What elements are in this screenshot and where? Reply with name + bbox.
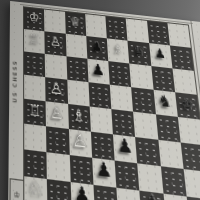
square-a8[interactable] — [167, 23, 191, 48]
square-h5[interactable] — [116, 188, 142, 200]
square-b1[interactable]: ♖ — [24, 29, 45, 54]
white-pawn[interactable]: ♙ — [72, 130, 89, 151]
square-f5[interactable]: ♟ — [113, 134, 137, 163]
white-pawn[interactable]: ♙ — [50, 35, 61, 49]
photo-frame: US CHESS ♔ ♔♕♖♙♟♗♛♟♟♙♞♚♖♙♗♙♟♟♘♟♟ — [0, 0, 200, 200]
white-pawn[interactable]: ♙ — [49, 80, 63, 97]
square-a6[interactable] — [126, 19, 149, 43]
square-c6[interactable] — [130, 64, 154, 90]
square-b3[interactable] — [65, 34, 87, 59]
square-b6[interactable]: ♛ — [128, 41, 151, 66]
square-h3[interactable]: ♟ — [70, 182, 94, 200]
square-h2[interactable] — [47, 179, 71, 200]
black-pawn[interactable]: ♟ — [154, 47, 167, 61]
white-queen[interactable]: ♕ — [69, 16, 80, 29]
black-pawn[interactable]: ♟ — [91, 61, 105, 77]
square-c2[interactable] — [45, 54, 67, 80]
square-c8[interactable] — [172, 68, 196, 94]
square-f6[interactable] — [135, 137, 160, 166]
square-f1[interactable] — [24, 124, 47, 153]
margin-brand-text: US CHESS — [11, 59, 22, 103]
square-a3[interactable]: ♕ — [65, 12, 86, 36]
white-bishop[interactable]: ♗ — [72, 107, 86, 125]
square-a7[interactable] — [147, 21, 170, 46]
square-d8[interactable]: ♚ — [175, 92, 200, 119]
white-rook[interactable]: ♖ — [28, 101, 42, 118]
square-d1[interactable] — [24, 75, 46, 102]
square-g8[interactable] — [183, 169, 200, 199]
crown-glyph: ♔ — [13, 190, 20, 200]
white-pawn[interactable]: ♙ — [50, 104, 64, 122]
square-c1[interactable] — [24, 51, 45, 77]
chess-board: US CHESS ♔ ♔♕♖♙♟♗♛♟♟♙♞♚♖♙♗♙♟♟♘♟♟ — [8, 1, 200, 200]
square-g2[interactable] — [47, 152, 70, 182]
square-f2[interactable] — [46, 126, 69, 155]
square-c3[interactable] — [66, 56, 88, 82]
black-pawn[interactable]: ♟ — [74, 183, 91, 200]
square-a4[interactable] — [85, 14, 107, 38]
square-g5[interactable] — [115, 161, 140, 191]
black-pawn[interactable]: ♟ — [143, 192, 161, 200]
square-d3[interactable] — [67, 80, 90, 107]
square-d7[interactable]: ♞ — [153, 90, 178, 117]
square-g7[interactable] — [160, 166, 186, 196]
square-h4[interactable] — [93, 185, 118, 200]
square-a5[interactable] — [105, 16, 127, 40]
square-b4[interactable]: ♟ — [86, 36, 108, 61]
square-e4[interactable] — [89, 106, 113, 134]
square-h1[interactable]: ♘ — [24, 176, 47, 200]
square-b7[interactable]: ♟ — [149, 43, 173, 68]
square-e2[interactable]: ♙ — [46, 101, 69, 129]
square-e5[interactable] — [111, 109, 135, 137]
square-d4[interactable] — [88, 82, 111, 109]
square-c4[interactable]: ♟ — [87, 59, 110, 85]
square-e7[interactable] — [155, 114, 180, 142]
square-e8[interactable] — [178, 117, 200, 145]
crown-emblem-icon: ♔ — [9, 178, 24, 200]
square-d5[interactable] — [110, 85, 134, 112]
black-queen[interactable]: ♛ — [133, 45, 145, 59]
board-grid: ♔♕♖♙♟♗♛♟♟♙♞♚♖♙♗♙♟♟♘♟♟ — [23, 6, 200, 200]
square-f8[interactable] — [180, 142, 200, 171]
square-c7[interactable] — [151, 66, 175, 92]
white-bishop[interactable]: ♗ — [112, 42, 124, 56]
square-b5[interactable]: ♗ — [107, 38, 130, 63]
black-pawn[interactable]: ♟ — [95, 159, 112, 181]
square-d6[interactable] — [131, 87, 155, 114]
square-b8[interactable] — [170, 45, 194, 70]
square-f3[interactable]: ♙ — [68, 129, 91, 158]
black-pawn[interactable]: ♟ — [116, 136, 133, 157]
square-g4[interactable]: ♟ — [92, 158, 116, 188]
square-g6[interactable] — [137, 163, 163, 193]
white-knight[interactable]: ♘ — [28, 178, 45, 200]
square-b2[interactable]: ♙ — [45, 31, 66, 56]
square-e6[interactable] — [133, 112, 158, 140]
black-king[interactable]: ♚ — [179, 95, 195, 112]
square-a1[interactable]: ♔ — [24, 7, 45, 31]
black-pawn[interactable]: ♟ — [91, 40, 103, 54]
black-knight[interactable]: ♞ — [157, 92, 172, 109]
square-a2[interactable] — [44, 10, 65, 34]
square-c5[interactable] — [108, 61, 131, 87]
white-rook[interactable]: ♖ — [29, 33, 40, 46]
square-h8[interactable] — [186, 196, 200, 200]
square-e1[interactable]: ♖ — [24, 99, 46, 127]
white-king[interactable]: ♔ — [29, 11, 40, 24]
square-f7[interactable] — [158, 140, 184, 169]
square-d2[interactable]: ♙ — [45, 77, 67, 104]
